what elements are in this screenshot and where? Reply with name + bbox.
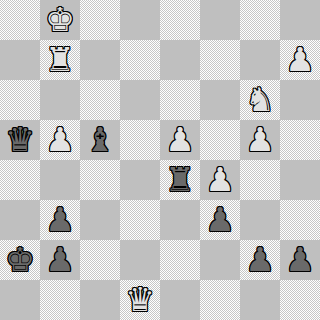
- square-g3[interactable]: [240, 200, 280, 240]
- square-h2[interactable]: ♟: [280, 240, 320, 280]
- square-h8[interactable]: [280, 0, 320, 40]
- square-f5[interactable]: [200, 120, 240, 160]
- black-pawn[interactable]: ♟: [285, 243, 315, 276]
- square-e3[interactable]: [160, 200, 200, 240]
- square-b6[interactable]: [40, 80, 80, 120]
- square-b2[interactable]: ♟: [40, 240, 80, 280]
- square-f1[interactable]: [200, 280, 240, 320]
- square-b1[interactable]: [40, 280, 80, 320]
- white-pawn[interactable]: ♟: [45, 123, 75, 156]
- square-a6[interactable]: [0, 80, 40, 120]
- square-g1[interactable]: [240, 280, 280, 320]
- square-c8[interactable]: [80, 0, 120, 40]
- square-d6[interactable]: [120, 80, 160, 120]
- square-a2[interactable]: ♚: [0, 240, 40, 280]
- square-f8[interactable]: [200, 0, 240, 40]
- square-d7[interactable]: [120, 40, 160, 80]
- square-d5[interactable]: [120, 120, 160, 160]
- square-c4[interactable]: [80, 160, 120, 200]
- square-a5[interactable]: ♛: [0, 120, 40, 160]
- square-h3[interactable]: [280, 200, 320, 240]
- square-b8[interactable]: ♚: [40, 0, 80, 40]
- white-pawn[interactable]: ♟: [285, 43, 315, 76]
- square-f2[interactable]: [200, 240, 240, 280]
- square-a4[interactable]: [0, 160, 40, 200]
- square-d2[interactable]: [120, 240, 160, 280]
- square-e4[interactable]: ♜: [160, 160, 200, 200]
- square-g4[interactable]: [240, 160, 280, 200]
- square-h1[interactable]: [280, 280, 320, 320]
- white-knight[interactable]: ♞: [245, 83, 275, 116]
- square-c3[interactable]: [80, 200, 120, 240]
- square-c7[interactable]: [80, 40, 120, 80]
- chess-board: ♚♜♟♞♛♟♝♟♟♜♟♟♟♚♟♟♟♛: [0, 0, 320, 320]
- white-pawn[interactable]: ♟: [205, 163, 235, 196]
- square-b3[interactable]: ♟: [40, 200, 80, 240]
- black-queen[interactable]: ♛: [5, 123, 35, 156]
- black-bishop[interactable]: ♝: [85, 123, 115, 156]
- square-c1[interactable]: [80, 280, 120, 320]
- square-g5[interactable]: ♟: [240, 120, 280, 160]
- square-e6[interactable]: [160, 80, 200, 120]
- square-d3[interactable]: [120, 200, 160, 240]
- square-a7[interactable]: [0, 40, 40, 80]
- square-e2[interactable]: [160, 240, 200, 280]
- square-e1[interactable]: [160, 280, 200, 320]
- square-h4[interactable]: [280, 160, 320, 200]
- square-b4[interactable]: [40, 160, 80, 200]
- square-a3[interactable]: [0, 200, 40, 240]
- white-queen[interactable]: ♛: [125, 283, 155, 316]
- white-rook[interactable]: ♜: [45, 43, 75, 76]
- square-f6[interactable]: [200, 80, 240, 120]
- square-a8[interactable]: [0, 0, 40, 40]
- square-h6[interactable]: [280, 80, 320, 120]
- black-pawn[interactable]: ♟: [205, 203, 235, 236]
- black-pawn[interactable]: ♟: [245, 243, 275, 276]
- square-g8[interactable]: [240, 0, 280, 40]
- black-rook[interactable]: ♜: [165, 163, 195, 196]
- square-e5[interactable]: ♟: [160, 120, 200, 160]
- square-d1[interactable]: ♛: [120, 280, 160, 320]
- square-e8[interactable]: [160, 0, 200, 40]
- white-pawn[interactable]: ♟: [245, 123, 275, 156]
- white-king[interactable]: ♚: [45, 3, 75, 36]
- square-c6[interactable]: [80, 80, 120, 120]
- square-c2[interactable]: [80, 240, 120, 280]
- square-b7[interactable]: ♜: [40, 40, 80, 80]
- square-b5[interactable]: ♟: [40, 120, 80, 160]
- black-pawn[interactable]: ♟: [45, 243, 75, 276]
- square-c5[interactable]: ♝: [80, 120, 120, 160]
- square-h7[interactable]: ♟: [280, 40, 320, 80]
- square-g7[interactable]: [240, 40, 280, 80]
- white-pawn[interactable]: ♟: [165, 123, 195, 156]
- square-d4[interactable]: [120, 160, 160, 200]
- square-g6[interactable]: ♞: [240, 80, 280, 120]
- square-f3[interactable]: ♟: [200, 200, 240, 240]
- square-a1[interactable]: [0, 280, 40, 320]
- square-h5[interactable]: [280, 120, 320, 160]
- black-pawn[interactable]: ♟: [45, 203, 75, 236]
- black-king[interactable]: ♚: [5, 243, 35, 276]
- square-d8[interactable]: [120, 0, 160, 40]
- square-f4[interactable]: ♟: [200, 160, 240, 200]
- square-e7[interactable]: [160, 40, 200, 80]
- square-g2[interactable]: ♟: [240, 240, 280, 280]
- square-f7[interactable]: [200, 40, 240, 80]
